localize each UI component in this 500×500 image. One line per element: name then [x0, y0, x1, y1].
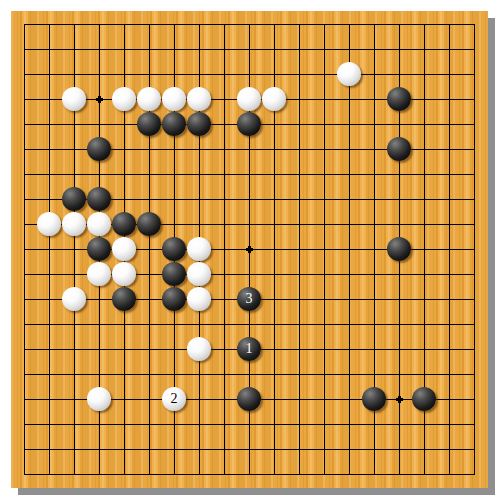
star-point — [246, 246, 253, 253]
star-point — [396, 396, 403, 403]
white-stone — [112, 262, 136, 286]
black-stone — [412, 387, 436, 411]
black-stone — [162, 262, 186, 286]
white-stone — [87, 262, 111, 286]
white-stone — [62, 287, 86, 311]
white-stone — [137, 87, 161, 111]
black-stone-move-1: 1 — [237, 337, 261, 361]
white-stone — [62, 212, 86, 236]
go-diagram-page: 312 — [0, 0, 500, 500]
grid-line-horizontal — [24, 374, 475, 375]
black-stone — [162, 287, 186, 311]
black-stone — [87, 187, 111, 211]
white-stone — [37, 212, 61, 236]
grid-line-vertical — [324, 24, 325, 475]
grid-line-vertical — [449, 24, 450, 475]
black-stone — [187, 112, 211, 136]
black-stone — [112, 287, 136, 311]
black-stone — [137, 112, 161, 136]
black-stone — [387, 87, 411, 111]
white-stone — [337, 62, 361, 86]
white-stone — [187, 262, 211, 286]
black-stone — [87, 237, 111, 261]
black-stone — [62, 187, 86, 211]
grid-line-horizontal — [24, 424, 475, 425]
black-stone — [362, 387, 386, 411]
white-stone — [187, 337, 211, 361]
white-stone — [87, 212, 111, 236]
white-stone — [187, 287, 211, 311]
white-stone — [87, 387, 111, 411]
white-stone — [162, 87, 186, 111]
black-stone-move-3: 3 — [237, 287, 261, 311]
black-stone — [112, 212, 136, 236]
white-stone — [62, 87, 86, 111]
white-stone — [187, 87, 211, 111]
black-stone — [87, 137, 111, 161]
white-stone — [262, 87, 286, 111]
grid-line-horizontal — [24, 449, 475, 450]
grid-line-horizontal — [24, 324, 475, 325]
white-stone — [237, 87, 261, 111]
white-stone — [112, 87, 136, 111]
white-stone — [187, 237, 211, 261]
black-stone — [237, 387, 261, 411]
black-stone — [162, 112, 186, 136]
black-stone — [387, 137, 411, 161]
grid-line-vertical — [349, 24, 350, 475]
white-stone — [112, 237, 136, 261]
black-stone — [387, 237, 411, 261]
black-stone — [162, 237, 186, 261]
grid-line-horizontal — [24, 474, 475, 475]
grid-line-vertical — [474, 24, 475, 475]
go-board[interactable]: 312 — [11, 11, 488, 488]
white-stone-move-2: 2 — [162, 387, 186, 411]
black-stone — [237, 112, 261, 136]
black-stone — [137, 212, 161, 236]
star-point — [96, 96, 103, 103]
grid-line-vertical — [299, 24, 300, 475]
